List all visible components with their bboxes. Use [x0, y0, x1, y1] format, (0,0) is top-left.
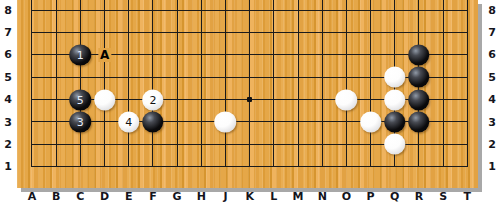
intersection-C8[interactable] [68, 0, 92, 21]
intersection-G5[interactable] [165, 66, 189, 88]
go-board: 1A5234 [17, 0, 478, 188]
intersection-O7[interactable] [334, 21, 358, 43]
intersection-K1[interactable] [238, 156, 262, 178]
column-label-M: M [286, 190, 310, 203]
row-labels-right: 87654321 [484, 0, 500, 178]
row-label-right-2: 2 [484, 133, 500, 155]
column-label-S: S [431, 190, 455, 203]
intersection-F1[interactable] [141, 156, 165, 178]
intersection-G8[interactable] [165, 0, 189, 21]
intersection-F5[interactable] [141, 66, 165, 88]
intersection-Q8[interactable] [383, 0, 407, 21]
intersection-G2[interactable] [165, 133, 189, 155]
intersection-M1[interactable] [286, 156, 310, 178]
intersection-O5[interactable] [334, 66, 358, 88]
row-label-right-4: 4 [484, 89, 500, 111]
row-label-left-2: 2 [0, 133, 16, 155]
intersection-M4[interactable] [286, 88, 310, 110]
white-stone-E3: 4 [118, 111, 140, 132]
column-label-B: B [44, 190, 68, 203]
intersection-J5[interactable] [213, 66, 237, 88]
white-stone-P3 [360, 111, 382, 132]
intersection-F6[interactable] [141, 44, 165, 66]
intersection-L2[interactable] [262, 133, 286, 155]
intersection-O8[interactable] [334, 0, 358, 21]
row-label-left-7: 7 [0, 21, 16, 43]
column-label-J: J [213, 190, 237, 203]
intersection-M3[interactable] [286, 111, 310, 133]
intersection-B7[interactable] [44, 21, 68, 43]
intersection-H5[interactable] [189, 66, 213, 88]
intersection-D5[interactable] [92, 66, 116, 88]
row-label-left-1: 1 [0, 156, 16, 178]
white-stone-D4 [94, 89, 116, 110]
intersection-A5[interactable] [20, 66, 44, 88]
intersection-E3[interactable]: 4 [117, 111, 141, 133]
intersection-D3[interactable] [92, 111, 116, 133]
intersection-F3[interactable] [141, 111, 165, 133]
column-label-E: E [117, 190, 141, 203]
black-stone-R5 [408, 67, 430, 88]
intersection-B1[interactable] [44, 156, 68, 178]
intersection-S4[interactable] [431, 88, 455, 110]
row-label-left-8: 8 [0, 0, 16, 21]
intersection-M7[interactable] [286, 21, 310, 43]
intersection-G4[interactable] [165, 88, 189, 110]
intersection-T1[interactable] [455, 156, 478, 178]
intersection-L4[interactable] [262, 88, 286, 110]
intersection-Q7[interactable] [383, 21, 407, 43]
intersection-E7[interactable] [117, 21, 141, 43]
intersection-L8[interactable] [262, 0, 286, 21]
intersection-R4[interactable] [407, 88, 431, 110]
row-labels-left: 87654321 [0, 0, 16, 178]
intersection-J2[interactable] [213, 133, 237, 155]
white-stone-J3 [215, 111, 237, 132]
intersection-A2[interactable] [20, 133, 44, 155]
intersection-P5[interactable] [359, 66, 383, 88]
column-label-N: N [310, 190, 334, 203]
intersection-C3[interactable]: 3 [68, 111, 92, 133]
column-label-Q: Q [383, 190, 407, 203]
intersection-A7[interactable] [20, 21, 44, 43]
intersection-K7[interactable] [238, 21, 262, 43]
intersection-Q3[interactable] [383, 111, 407, 133]
intersection-T8[interactable] [455, 0, 478, 21]
intersection-S5[interactable] [431, 66, 455, 88]
row-label-left-4: 4 [0, 89, 16, 111]
intersection-P3[interactable] [359, 111, 383, 133]
column-label-K: K [238, 190, 262, 203]
black-stone-R6 [408, 44, 430, 65]
intersection-O4[interactable] [334, 88, 358, 110]
black-stone-R4 [408, 89, 430, 110]
intersection-E8[interactable] [117, 0, 141, 21]
intersection-N4[interactable] [310, 88, 334, 110]
intersection-M8[interactable] [286, 0, 310, 21]
intersection-Q1[interactable] [383, 156, 407, 178]
intersection-M5[interactable] [286, 66, 310, 88]
intersection-T2[interactable] [455, 133, 478, 155]
intersection-L6[interactable] [262, 44, 286, 66]
intersection-R6[interactable] [407, 44, 431, 66]
intersection-O3[interactable] [334, 111, 358, 133]
column-label-R: R [407, 190, 431, 203]
intersection-A3[interactable] [20, 111, 44, 133]
intersection-E6[interactable] [117, 44, 141, 66]
column-label-D: D [92, 190, 116, 203]
column-label-F: F [141, 190, 165, 203]
intersection-D6[interactable]: A [92, 44, 116, 66]
intersection-K4[interactable] [238, 88, 262, 110]
intersection-J8[interactable] [213, 0, 237, 21]
intersection-J6[interactable] [213, 44, 237, 66]
intersection-D4[interactable] [92, 88, 116, 110]
intersection-M2[interactable] [286, 133, 310, 155]
intersection-Q5[interactable] [383, 66, 407, 88]
intersection-S7[interactable] [431, 21, 455, 43]
column-label-L: L [262, 190, 286, 203]
intersection-L1[interactable] [262, 156, 286, 178]
intersection-N8[interactable] [310, 0, 334, 21]
row-label-right-1: 1 [484, 156, 500, 178]
intersection-Q2[interactable] [383, 133, 407, 155]
intersection-K5[interactable] [238, 66, 262, 88]
go-board-grid: 1A5234 [20, 0, 478, 178]
row-label-right-7: 7 [484, 21, 500, 43]
column-label-P: P [359, 190, 383, 203]
intersection-D2[interactable] [92, 133, 116, 155]
intersection-N6[interactable] [310, 44, 334, 66]
row-label-right-8: 8 [484, 0, 500, 21]
black-stone-C3: 3 [70, 111, 92, 132]
white-stone-Q5 [384, 67, 406, 88]
black-stone-C6: 1 [70, 44, 92, 65]
intersection-E5[interactable] [117, 66, 141, 88]
intersection-T6[interactable] [455, 44, 478, 66]
intersection-J3[interactable] [213, 111, 237, 133]
intersection-P2[interactable] [359, 133, 383, 155]
intersection-E2[interactable] [117, 133, 141, 155]
intersection-H6[interactable] [189, 44, 213, 66]
intersection-P8[interactable] [359, 0, 383, 21]
intersection-L7[interactable] [262, 21, 286, 43]
row-label-left-3: 3 [0, 111, 16, 133]
row-label-left-5: 5 [0, 66, 16, 88]
intersection-R3[interactable] [407, 111, 431, 133]
white-stone-Q2 [384, 134, 406, 155]
intersection-B4[interactable] [44, 88, 68, 110]
column-label-T: T [455, 190, 479, 203]
intersection-P1[interactable] [359, 156, 383, 178]
intersection-T7[interactable] [455, 21, 478, 43]
intersection-A1[interactable] [20, 156, 44, 178]
intersection-G3[interactable] [165, 111, 189, 133]
intersection-O1[interactable] [334, 156, 358, 178]
intersection-O6[interactable] [334, 44, 358, 66]
row-label-left-6: 6 [0, 44, 16, 66]
intersection-K3[interactable] [238, 111, 262, 133]
black-stone-C4: 5 [70, 89, 92, 110]
intersection-A4[interactable] [20, 88, 44, 110]
white-stone-F4: 2 [142, 89, 164, 110]
intersection-F7[interactable] [141, 21, 165, 43]
intersection-G1[interactable] [165, 156, 189, 178]
intersection-J4[interactable] [213, 88, 237, 110]
intersection-H7[interactable] [189, 21, 213, 43]
white-stone-Q4 [384, 89, 406, 110]
intersection-H2[interactable] [189, 133, 213, 155]
intersection-Q6[interactable] [383, 44, 407, 66]
intersection-N2[interactable] [310, 133, 334, 155]
go-diagram: 1A5234 87654321 87654321 ABCDEFGHJKLMNOP… [0, 0, 500, 212]
white-stone-O4 [336, 89, 358, 110]
intersection-A6[interactable] [20, 44, 44, 66]
intersection-B6[interactable] [44, 44, 68, 66]
intersection-K6[interactable] [238, 44, 262, 66]
intersection-R2[interactable] [407, 133, 431, 155]
intersection-R7[interactable] [407, 21, 431, 43]
column-label-C: C [68, 190, 92, 203]
intersection-D7[interactable] [92, 21, 116, 43]
intersection-H1[interactable] [189, 156, 213, 178]
intersection-P4[interactable] [359, 88, 383, 110]
intersection-N1[interactable] [310, 156, 334, 178]
black-stone-Q3 [384, 111, 406, 132]
intersection-B5[interactable] [44, 66, 68, 88]
intersection-M6[interactable] [286, 44, 310, 66]
intersection-P7[interactable] [359, 21, 383, 43]
intersection-L5[interactable] [262, 66, 286, 88]
intersection-T3[interactable] [455, 111, 478, 133]
column-label-O: O [334, 190, 358, 203]
intersection-K8[interactable] [238, 0, 262, 21]
intersection-R1[interactable] [407, 156, 431, 178]
point-label-A: A [98, 48, 111, 62]
intersection-S1[interactable] [431, 156, 455, 178]
column-label-G: G [165, 190, 189, 203]
intersection-N5[interactable] [310, 66, 334, 88]
intersection-S6[interactable] [431, 44, 455, 66]
black-stone-R3 [408, 111, 430, 132]
intersection-H8[interactable] [189, 0, 213, 21]
intersection-E4[interactable] [117, 88, 141, 110]
intersection-H3[interactable] [189, 111, 213, 133]
intersection-S2[interactable] [431, 133, 455, 155]
intersection-C2[interactable] [68, 133, 92, 155]
row-label-right-6: 6 [484, 44, 500, 66]
intersection-L3[interactable] [262, 111, 286, 133]
intersection-G7[interactable] [165, 21, 189, 43]
intersection-C5[interactable] [68, 66, 92, 88]
intersection-N7[interactable] [310, 21, 334, 43]
intersection-C6[interactable]: 1 [68, 44, 92, 66]
intersection-C4[interactable]: 5 [68, 88, 92, 110]
column-labels: ABCDEFGHJKLMNOPQRST [20, 190, 480, 203]
intersection-P6[interactable] [359, 44, 383, 66]
intersection-F8[interactable] [141, 0, 165, 21]
intersection-R5[interactable] [407, 66, 431, 88]
intersection-J7[interactable] [213, 21, 237, 43]
intersection-G6[interactable] [165, 44, 189, 66]
intersection-D1[interactable] [92, 156, 116, 178]
intersection-E1[interactable] [117, 156, 141, 178]
column-label-A: A [20, 190, 44, 203]
intersection-H4[interactable] [189, 88, 213, 110]
intersection-T4[interactable] [455, 88, 478, 110]
star-point-K4 [247, 97, 252, 102]
intersection-K2[interactable] [238, 133, 262, 155]
intersection-T5[interactable] [455, 66, 478, 88]
intersection-S3[interactable] [431, 111, 455, 133]
row-label-right-5: 5 [484, 66, 500, 88]
intersection-A8[interactable] [20, 0, 44, 21]
intersection-F4[interactable]: 2 [141, 88, 165, 110]
intersection-C7[interactable] [68, 21, 92, 43]
intersection-R8[interactable] [407, 0, 431, 21]
intersection-O2[interactable] [334, 133, 358, 155]
intersection-J1[interactable] [213, 156, 237, 178]
intersection-Q4[interactable] [383, 88, 407, 110]
intersection-B3[interactable] [44, 111, 68, 133]
intersection-S8[interactable] [431, 0, 455, 21]
intersection-C1[interactable] [68, 156, 92, 178]
column-label-H: H [189, 190, 213, 203]
intersection-D8[interactable] [92, 0, 116, 21]
intersection-B8[interactable] [44, 0, 68, 21]
intersection-N3[interactable] [310, 111, 334, 133]
black-stone-F3 [142, 111, 164, 132]
intersection-F2[interactable] [141, 133, 165, 155]
row-label-right-3: 3 [484, 111, 500, 133]
intersection-B2[interactable] [44, 133, 68, 155]
